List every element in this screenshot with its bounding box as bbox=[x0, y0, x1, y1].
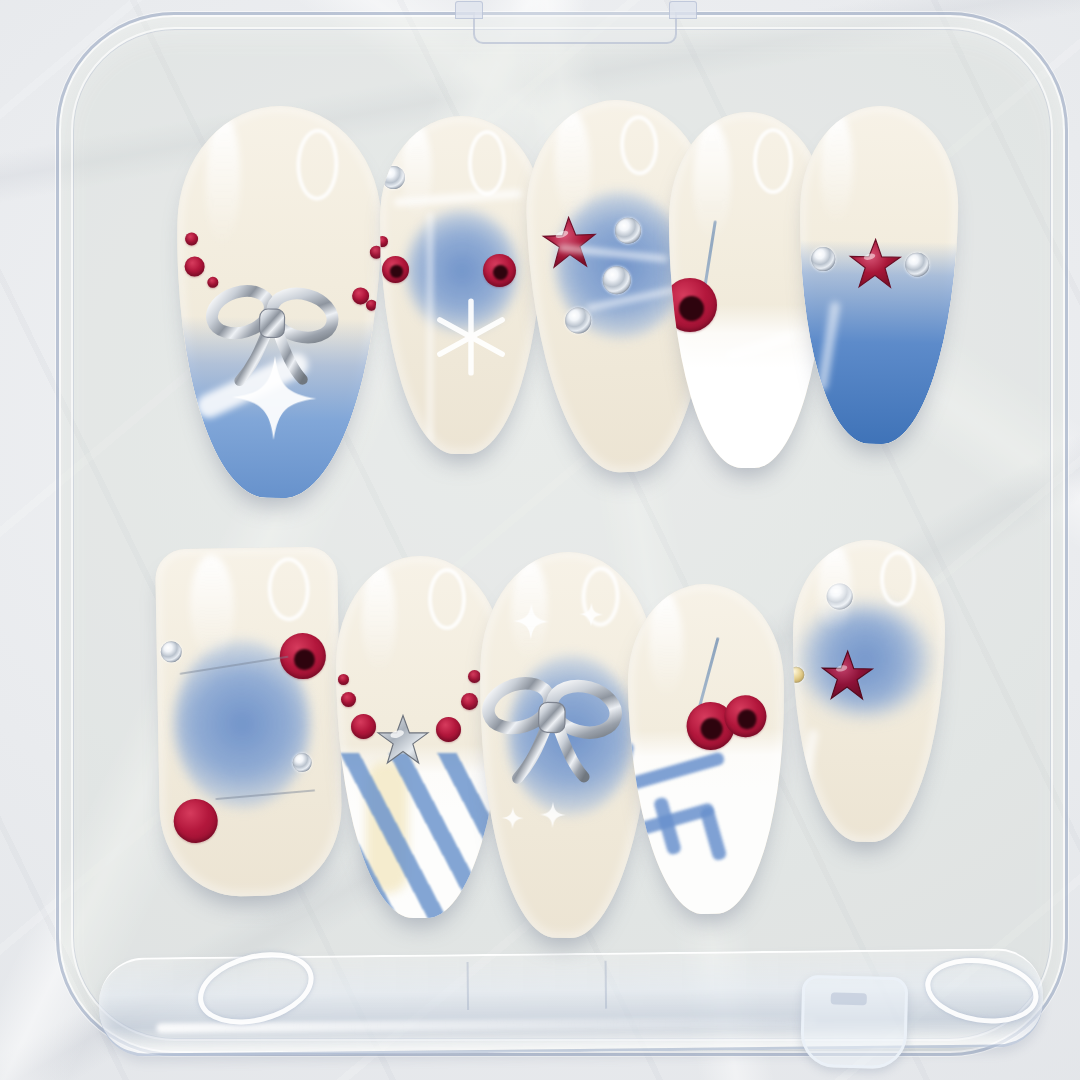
nail-bottom-1 bbox=[155, 546, 343, 897]
plaid-bar bbox=[699, 806, 727, 862]
gloss-ring bbox=[581, 566, 620, 627]
plaid-bar bbox=[626, 751, 725, 792]
gloss-highlight bbox=[693, 122, 731, 242]
silver-star-charm bbox=[374, 712, 432, 770]
rim-seam bbox=[467, 962, 470, 1010]
gloss-ring bbox=[267, 557, 310, 622]
rim-seam bbox=[605, 961, 608, 1009]
red-star-charm bbox=[846, 235, 905, 294]
white-starburst bbox=[432, 298, 510, 376]
rhinestone bbox=[565, 307, 592, 334]
gloss-ring bbox=[468, 130, 506, 196]
rhinestone bbox=[293, 753, 312, 772]
gloss-highlight bbox=[362, 564, 396, 674]
gloss-highlight bbox=[189, 554, 235, 659]
photo-press-on-nails bbox=[0, 0, 1080, 1080]
case-hinge-tab-right bbox=[669, 1, 697, 19]
gloss-ring bbox=[753, 128, 793, 194]
silver-bow-charm bbox=[476, 654, 629, 803]
gloss-highlight bbox=[510, 559, 548, 660]
case-top-notch bbox=[473, 12, 677, 44]
red-dot bbox=[380, 236, 388, 247]
red-dot bbox=[468, 670, 481, 683]
gloss-ring bbox=[879, 550, 916, 607]
case-hinge-tab-left bbox=[455, 1, 483, 19]
gloss-ring bbox=[619, 115, 659, 176]
white-sparkle-star bbox=[540, 802, 566, 828]
red-dot bbox=[351, 714, 376, 739]
red-dot bbox=[173, 799, 218, 844]
red-dot bbox=[382, 256, 409, 283]
silver-bow-charm bbox=[200, 267, 344, 401]
red-dot bbox=[338, 674, 349, 685]
case-bottom-rim bbox=[99, 948, 1044, 1057]
white-sparkle-star bbox=[502, 807, 524, 829]
red-dot bbox=[461, 693, 478, 710]
gloss-highlight bbox=[553, 109, 593, 220]
case-latch-tab bbox=[800, 975, 908, 1070]
red-star-charm bbox=[818, 647, 877, 706]
red-star-charm bbox=[538, 213, 600, 275]
gloss-ring bbox=[428, 568, 466, 630]
hinge-loop-right bbox=[921, 951, 1043, 1031]
red-dot bbox=[436, 717, 461, 742]
rhinestone bbox=[161, 641, 182, 662]
red-dot bbox=[341, 692, 356, 707]
red-dot bbox=[483, 254, 516, 287]
